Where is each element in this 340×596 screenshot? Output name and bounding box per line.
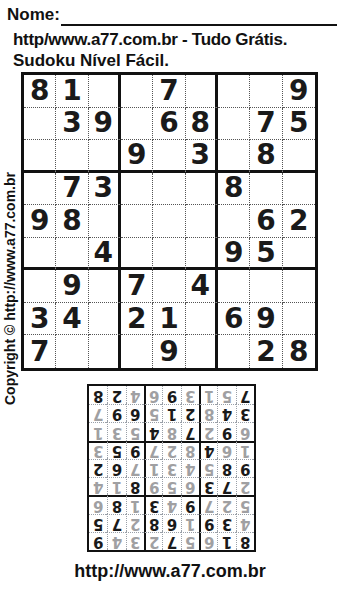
puzzle-cell: 2 bbox=[250, 335, 282, 368]
solution-cell: 8 bbox=[144, 514, 162, 532]
solution-cell: 3 bbox=[199, 477, 217, 495]
puzzle-cell: 2 bbox=[121, 303, 153, 336]
solution-cell: 1 bbox=[144, 459, 162, 477]
puzzle-cell: 8 bbox=[218, 173, 250, 206]
solution-cell: 3 bbox=[126, 532, 144, 550]
solution-cell: 4 bbox=[144, 422, 162, 440]
solution-cell: 1 bbox=[107, 477, 125, 495]
name-blank-line bbox=[61, 9, 337, 26]
puzzle-cell[interactable] bbox=[121, 238, 153, 271]
solution-cell: 7 bbox=[162, 532, 180, 550]
puzzle-cell: 3 bbox=[24, 303, 56, 336]
puzzle-cell[interactable] bbox=[186, 335, 218, 368]
solution-cell: 3 bbox=[162, 459, 180, 477]
solution-cell: 9 bbox=[126, 441, 144, 459]
puzzle-cell: 4 bbox=[56, 303, 88, 336]
solution-cell: 7 bbox=[107, 514, 125, 532]
solution-cell: 5 bbox=[217, 386, 235, 404]
puzzle-cell[interactable] bbox=[186, 205, 218, 238]
puzzle-cell[interactable] bbox=[283, 270, 315, 303]
puzzle-cell[interactable] bbox=[283, 173, 315, 206]
puzzle-cell[interactable] bbox=[218, 75, 250, 108]
puzzle-cell: 9 bbox=[24, 205, 56, 238]
puzzle-cell: 7 bbox=[250, 108, 282, 141]
puzzle-cell[interactable] bbox=[153, 270, 185, 303]
puzzle-cell[interactable] bbox=[24, 238, 56, 271]
solution-cell: 9 bbox=[236, 459, 254, 477]
puzzle-cell: 7 bbox=[24, 335, 56, 368]
solution-cell: 1 bbox=[181, 514, 199, 532]
solution-cell: 3 bbox=[107, 422, 125, 440]
solution-cell: 4 bbox=[89, 477, 107, 495]
puzzle-cell[interactable] bbox=[218, 108, 250, 141]
puzzle-cell[interactable] bbox=[89, 303, 121, 336]
puzzle-cell[interactable] bbox=[283, 140, 315, 173]
solution-cell: 2 bbox=[144, 532, 162, 550]
solution-cell: 4 bbox=[199, 441, 217, 459]
solution-cell: 2 bbox=[126, 514, 144, 532]
solution-cell: 3 bbox=[89, 441, 107, 459]
solution-cell: 3 bbox=[217, 514, 235, 532]
puzzle-cell[interactable] bbox=[56, 140, 88, 173]
solution-cell: 6 bbox=[162, 514, 180, 532]
solution-cell: 5 bbox=[144, 404, 162, 422]
puzzle-cell: 9 bbox=[250, 303, 282, 336]
sudoku-puzzle-grid: 817939687593873898624959743421697928 bbox=[21, 72, 318, 371]
puzzle-cell[interactable] bbox=[153, 140, 185, 173]
puzzle-cell: 2 bbox=[283, 205, 315, 238]
puzzle-cell[interactable] bbox=[250, 75, 282, 108]
solution-cell: 5 bbox=[199, 459, 217, 477]
solution-cell: 9 bbox=[107, 404, 125, 422]
puzzle-cell[interactable] bbox=[56, 335, 88, 368]
puzzle-cell[interactable] bbox=[186, 173, 218, 206]
puzzle-cell: 8 bbox=[56, 205, 88, 238]
solution-cell: 3 bbox=[144, 495, 162, 513]
puzzle-cell[interactable] bbox=[89, 270, 121, 303]
puzzle-cell[interactable] bbox=[121, 205, 153, 238]
puzzle-cell[interactable] bbox=[121, 108, 153, 141]
solution-cell: 4 bbox=[162, 495, 180, 513]
solution-cell: 8 bbox=[126, 477, 144, 495]
puzzle-cell: 8 bbox=[250, 140, 282, 173]
puzzle-cell: 9 bbox=[153, 335, 185, 368]
puzzle-cell: 1 bbox=[153, 303, 185, 336]
solution-cell: 9 bbox=[217, 422, 235, 440]
puzzle-cell: 3 bbox=[186, 140, 218, 173]
puzzle-cell[interactable] bbox=[89, 205, 121, 238]
solution-cell: 5 bbox=[89, 514, 107, 532]
puzzle-cell: 6 bbox=[250, 205, 282, 238]
solution-cell: 8 bbox=[89, 386, 107, 404]
puzzle-cell[interactable] bbox=[24, 140, 56, 173]
puzzle-cell[interactable] bbox=[121, 173, 153, 206]
puzzle-cell: 6 bbox=[218, 303, 250, 336]
puzzle-cell[interactable] bbox=[24, 173, 56, 206]
footer-url: http://www.a77.com.br bbox=[0, 561, 340, 582]
puzzle-cell: 5 bbox=[283, 108, 315, 141]
solution-cell: 4 bbox=[126, 386, 144, 404]
solution-cell: 6 bbox=[199, 532, 217, 550]
solution-cell: 6 bbox=[144, 386, 162, 404]
solution-cell: 6 bbox=[181, 477, 199, 495]
solution-cell: 8 bbox=[107, 495, 125, 513]
puzzle-cell[interactable] bbox=[24, 270, 56, 303]
puzzle-cell[interactable] bbox=[250, 173, 282, 206]
solution-cell: 3 bbox=[181, 386, 199, 404]
solution-cell: 2 bbox=[162, 441, 180, 459]
solution-cell: 2 bbox=[89, 459, 107, 477]
solution-cell: 6 bbox=[217, 441, 235, 459]
puzzle-cell[interactable] bbox=[153, 173, 185, 206]
solution-cell: 1 bbox=[162, 404, 180, 422]
solution-cell: 6 bbox=[236, 422, 254, 440]
solution-cell: 9 bbox=[162, 386, 180, 404]
solution-cell: 8 bbox=[236, 532, 254, 550]
solution-cell: 6 bbox=[126, 404, 144, 422]
puzzle-cell[interactable] bbox=[24, 108, 56, 141]
puzzle-cell: 4 bbox=[89, 238, 121, 271]
solution-cell: 7 bbox=[144, 441, 162, 459]
name-label: Nome: bbox=[7, 5, 60, 25]
page: { "game": "sudoku", "header": { "name_la… bbox=[0, 0, 340, 596]
site-tagline: http/www.a77.com.br - Tudo Grátis. bbox=[13, 30, 287, 50]
puzzle-cell[interactable] bbox=[56, 238, 88, 271]
puzzle-cell[interactable] bbox=[89, 335, 121, 368]
puzzle-cell: 6 bbox=[153, 108, 185, 141]
solution-cell: 6 bbox=[107, 459, 125, 477]
solution-cell: 2 bbox=[107, 386, 125, 404]
sudoku-solution-grid-upside-down: 8165723494391682755279431862736598149854… bbox=[87, 384, 256, 552]
puzzle-cell: 9 bbox=[283, 75, 315, 108]
solution-cell: 1 bbox=[126, 495, 144, 513]
puzzle-level-title: Sudoku Nível Fácil. bbox=[13, 51, 169, 71]
solution-cell: 9 bbox=[181, 495, 199, 513]
solution-cell: 1 bbox=[236, 441, 254, 459]
solution-cell: 2 bbox=[236, 477, 254, 495]
puzzle-cell[interactable] bbox=[283, 238, 315, 271]
puzzle-cell: 8 bbox=[24, 75, 56, 108]
solution-cell: 8 bbox=[199, 404, 217, 422]
puzzle-cell[interactable] bbox=[186, 303, 218, 336]
solution-cell: 1 bbox=[199, 386, 217, 404]
solution-cell: 5 bbox=[181, 532, 199, 550]
puzzle-cell: 3 bbox=[89, 173, 121, 206]
solution-cell: 3 bbox=[236, 404, 254, 422]
solution-cell: 4 bbox=[181, 459, 199, 477]
solution-cell: 4 bbox=[236, 514, 254, 532]
puzzle-cell: 3 bbox=[56, 108, 88, 141]
solution-cell: 7 bbox=[89, 404, 107, 422]
solution-cell: 7 bbox=[126, 459, 144, 477]
solution-cell: 7 bbox=[199, 495, 217, 513]
puzzle-cell[interactable] bbox=[89, 75, 121, 108]
puzzle-cell[interactable] bbox=[250, 270, 282, 303]
solution-cell: 4 bbox=[107, 532, 125, 550]
puzzle-cell: 8 bbox=[283, 335, 315, 368]
solution-cell: 2 bbox=[181, 404, 199, 422]
puzzle-cell: 8 bbox=[186, 108, 218, 141]
solution-cell: 1 bbox=[217, 532, 235, 550]
solution-cell: 5 bbox=[162, 477, 180, 495]
puzzle-cell[interactable] bbox=[218, 205, 250, 238]
puzzle-cell: 9 bbox=[218, 238, 250, 271]
puzzle-cell: 7 bbox=[121, 270, 153, 303]
solution-cell: 4 bbox=[217, 404, 235, 422]
solution-cell: 5 bbox=[107, 441, 125, 459]
solution-cell: 8 bbox=[162, 422, 180, 440]
solution-cell: 6 bbox=[89, 495, 107, 513]
solution-cell: 8 bbox=[217, 459, 235, 477]
solution-cell: 5 bbox=[236, 495, 254, 513]
puzzle-cell[interactable] bbox=[153, 238, 185, 271]
puzzle-cell: 9 bbox=[121, 140, 153, 173]
puzzle-cell: 7 bbox=[56, 173, 88, 206]
solution-cell: 1 bbox=[89, 422, 107, 440]
puzzle-cell: 9 bbox=[56, 270, 88, 303]
solution-cell: 7 bbox=[236, 386, 254, 404]
puzzle-cell[interactable] bbox=[121, 335, 153, 368]
puzzle-cell[interactable] bbox=[89, 140, 121, 173]
puzzle-cell[interactable] bbox=[218, 335, 250, 368]
solution-cell: 9 bbox=[144, 477, 162, 495]
puzzle-cell: 4 bbox=[186, 270, 218, 303]
solution-cell: 2 bbox=[199, 422, 217, 440]
solution-cell: 8 bbox=[181, 441, 199, 459]
puzzle-cell: 1 bbox=[56, 75, 88, 108]
puzzle-cell: 9 bbox=[89, 108, 121, 141]
puzzle-cell[interactable] bbox=[218, 140, 250, 173]
puzzle-cell[interactable] bbox=[153, 205, 185, 238]
puzzle-cell[interactable] bbox=[186, 238, 218, 271]
puzzle-cell[interactable] bbox=[121, 75, 153, 108]
puzzle-cell[interactable] bbox=[283, 303, 315, 336]
solution-cell: 7 bbox=[181, 422, 199, 440]
copyright-vertical-text: Copyright © http://www.a77.com.br bbox=[2, 149, 19, 429]
puzzle-cell[interactable] bbox=[186, 75, 218, 108]
solution-cell: 9 bbox=[199, 514, 217, 532]
puzzle-cell: 5 bbox=[250, 238, 282, 271]
solution-cell: 5 bbox=[126, 422, 144, 440]
puzzle-cell: 7 bbox=[153, 75, 185, 108]
solution-cell: 2 bbox=[217, 495, 235, 513]
solution-cell: 7 bbox=[217, 477, 235, 495]
puzzle-cell[interactable] bbox=[218, 270, 250, 303]
solution-cell: 9 bbox=[89, 532, 107, 550]
